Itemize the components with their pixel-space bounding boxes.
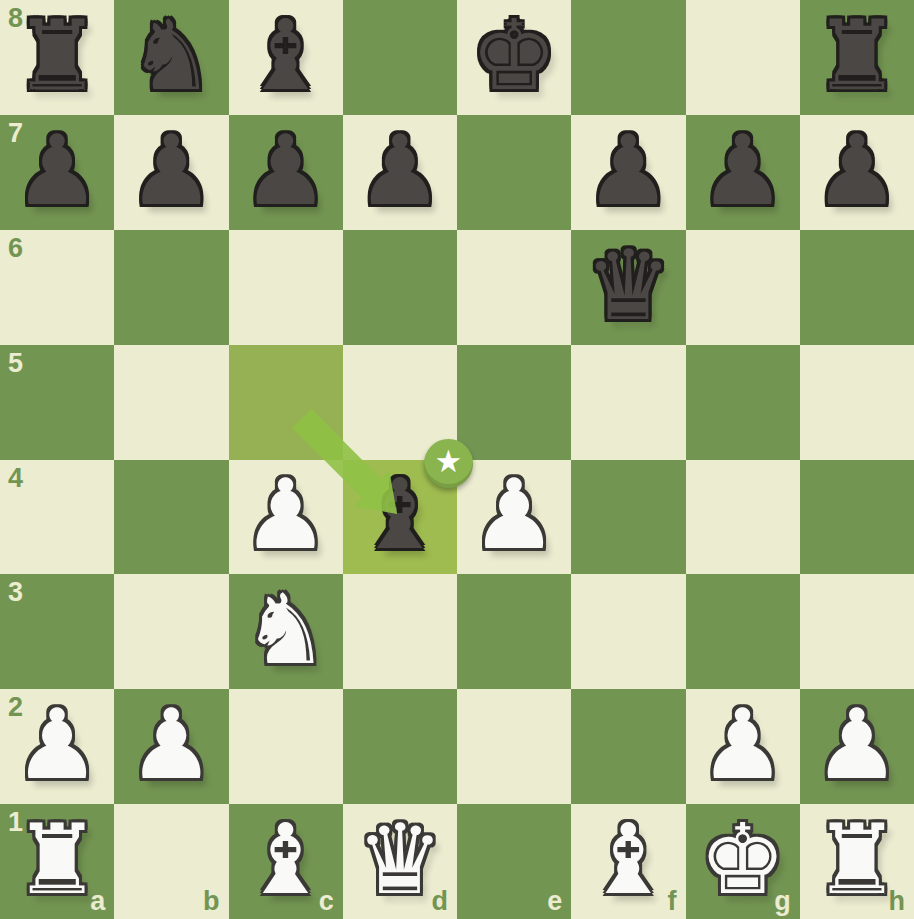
- square-f2[interactable]: [571, 689, 685, 804]
- square-c6[interactable]: [229, 230, 343, 345]
- black-pawn-b7[interactable]: ♟: [114, 113, 228, 228]
- white-bishop-c1[interactable]: ♝: [229, 802, 343, 917]
- square-b1[interactable]: b: [114, 804, 228, 919]
- square-h5[interactable]: [800, 345, 914, 460]
- square-b4[interactable]: [114, 460, 228, 575]
- square-c7[interactable]: ♟: [229, 115, 343, 230]
- black-pawn-f7[interactable]: ♟: [571, 113, 685, 228]
- star-icon: ★: [435, 446, 463, 477]
- square-a2[interactable]: 2♟: [0, 689, 114, 804]
- square-c8[interactable]: ♝: [229, 0, 343, 115]
- square-f8[interactable]: [571, 0, 685, 115]
- black-pawn-g7[interactable]: ♟: [686, 113, 800, 228]
- file-label-b: b: [203, 888, 220, 915]
- black-pawn-h7[interactable]: ♟: [800, 113, 914, 228]
- square-c2[interactable]: [229, 689, 343, 804]
- square-c3[interactable]: ♞: [229, 574, 343, 689]
- square-a8[interactable]: 8♜: [0, 0, 114, 115]
- black-rook-h8[interactable]: ♜: [800, 0, 914, 113]
- square-c5[interactable]: [229, 345, 343, 460]
- chess-board[interactable]: 8♜♞♝♚♜7♟♟♟♟♟♟♟6♛54♟♝♟3♞2♟♟♟♟1a♜bc♝d♛ef♝g…: [0, 0, 914, 919]
- square-f7[interactable]: ♟: [571, 115, 685, 230]
- square-c1[interactable]: c♝: [229, 804, 343, 919]
- square-g2[interactable]: ♟: [686, 689, 800, 804]
- black-knight-b8[interactable]: ♞: [114, 0, 228, 113]
- square-f1[interactable]: f♝: [571, 804, 685, 919]
- white-bishop-f1[interactable]: ♝: [571, 802, 685, 917]
- square-b2[interactable]: ♟: [114, 689, 228, 804]
- square-b7[interactable]: ♟: [114, 115, 228, 230]
- rank-label-5: 5: [8, 350, 23, 377]
- rank-label-6: 6: [8, 235, 23, 262]
- square-g4[interactable]: [686, 460, 800, 575]
- square-d2[interactable]: [343, 689, 457, 804]
- square-a5[interactable]: 5: [0, 345, 114, 460]
- black-bishop-c8[interactable]: ♝: [229, 0, 343, 113]
- square-h7[interactable]: ♟: [800, 115, 914, 230]
- square-d7[interactable]: ♟: [343, 115, 457, 230]
- square-f5[interactable]: [571, 345, 685, 460]
- square-d8[interactable]: [343, 0, 457, 115]
- rank-label-3: 3: [8, 579, 23, 606]
- square-h4[interactable]: [800, 460, 914, 575]
- square-f3[interactable]: [571, 574, 685, 689]
- square-e3[interactable]: [457, 574, 571, 689]
- square-d1[interactable]: d♛: [343, 804, 457, 919]
- square-f4[interactable]: [571, 460, 685, 575]
- black-pawn-c7[interactable]: ♟: [229, 113, 343, 228]
- square-c4[interactable]: ♟: [229, 460, 343, 575]
- square-e8[interactable]: ♚: [457, 0, 571, 115]
- square-f6[interactable]: ♛: [571, 230, 685, 345]
- square-a1[interactable]: 1a♜: [0, 804, 114, 919]
- white-pawn-e4[interactable]: ♟: [457, 458, 571, 573]
- square-g7[interactable]: ♟: [686, 115, 800, 230]
- black-pawn-a7[interactable]: ♟: [0, 113, 114, 228]
- square-a6[interactable]: 6: [0, 230, 114, 345]
- square-g8[interactable]: [686, 0, 800, 115]
- rank-label-4: 4: [8, 465, 23, 492]
- white-pawn-h2[interactable]: ♟: [800, 687, 914, 802]
- square-e1[interactable]: e: [457, 804, 571, 919]
- white-queen-d1[interactable]: ♛: [343, 802, 457, 917]
- white-knight-c3[interactable]: ♞: [229, 572, 343, 687]
- white-pawn-c4[interactable]: ♟: [229, 458, 343, 573]
- square-a4[interactable]: 4: [0, 460, 114, 575]
- square-b3[interactable]: [114, 574, 228, 689]
- square-d6[interactable]: [343, 230, 457, 345]
- best-move-badge: ★: [424, 439, 473, 488]
- square-h6[interactable]: [800, 230, 914, 345]
- white-rook-a1[interactable]: ♜: [0, 802, 114, 917]
- square-g5[interactable]: [686, 345, 800, 460]
- square-h1[interactable]: h♜: [800, 804, 914, 919]
- black-pawn-d7[interactable]: ♟: [343, 113, 457, 228]
- square-a3[interactable]: 3: [0, 574, 114, 689]
- white-pawn-a2[interactable]: ♟: [0, 687, 114, 802]
- square-e6[interactable]: [457, 230, 571, 345]
- black-rook-a8[interactable]: ♜: [0, 0, 114, 113]
- white-rook-h1[interactable]: ♜: [800, 802, 914, 917]
- square-e7[interactable]: [457, 115, 571, 230]
- square-d3[interactable]: [343, 574, 457, 689]
- square-a7[interactable]: 7♟: [0, 115, 114, 230]
- square-e2[interactable]: [457, 689, 571, 804]
- file-label-e: e: [547, 888, 562, 915]
- white-king-g1[interactable]: ♚: [686, 802, 800, 917]
- square-g6[interactable]: [686, 230, 800, 345]
- square-b5[interactable]: [114, 345, 228, 460]
- square-h8[interactable]: ♜: [800, 0, 914, 115]
- square-g3[interactable]: [686, 574, 800, 689]
- square-b8[interactable]: ♞: [114, 0, 228, 115]
- square-h3[interactable]: [800, 574, 914, 689]
- white-pawn-g2[interactable]: ♟: [686, 687, 800, 802]
- black-king-e8[interactable]: ♚: [457, 0, 571, 113]
- square-h2[interactable]: ♟: [800, 689, 914, 804]
- square-e4[interactable]: ♟: [457, 460, 571, 575]
- black-queen-f6[interactable]: ♛: [571, 228, 685, 343]
- square-b6[interactable]: [114, 230, 228, 345]
- square-g1[interactable]: g♚: [686, 804, 800, 919]
- square-e5[interactable]: [457, 345, 571, 460]
- white-pawn-b2[interactable]: ♟: [114, 687, 228, 802]
